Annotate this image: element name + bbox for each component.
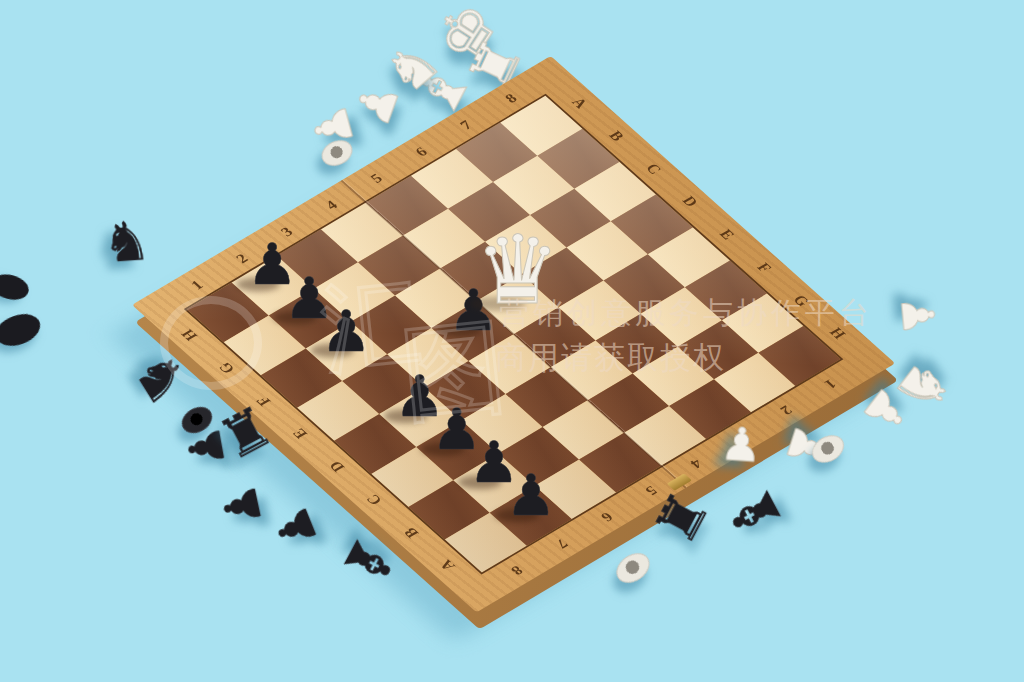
offboard-black-partial-piece-edge xyxy=(0,309,45,352)
white-queen-glyph: ♛ xyxy=(475,223,560,318)
offboard-black-knight-standing: ♞ xyxy=(101,214,153,271)
photo-stage: 1234567887654321HGFEDCBAABCDEFGH♟♟♟♟♟♟♛♟… xyxy=(0,0,1024,682)
offboard-white-pawn-felt-base xyxy=(611,547,655,589)
black-knight-glyph: ♞ xyxy=(101,214,153,271)
black-pawn-glyph: ♟ xyxy=(214,480,269,531)
offboard-white-pawn-standing: ♟ xyxy=(719,420,763,469)
offboard-white-pawn-lying-3: ♟ xyxy=(894,294,941,337)
black-pawn-glyph: ♟ xyxy=(266,499,325,556)
offboard-black-bishop-lying: ♝ xyxy=(715,474,796,552)
offboard-black-pawn-lying-2: ♟ xyxy=(214,480,269,531)
black-bishop-glyph: ♝ xyxy=(715,474,796,552)
white-pawn-glyph: ♟ xyxy=(894,294,941,337)
offboard-black-pawn-lying-3: ♟ xyxy=(266,499,325,556)
white-pawn-glyph: ♟ xyxy=(719,420,763,469)
black-pawn-glyph: ♟ xyxy=(321,302,372,359)
black-pawn-glyph: ♟ xyxy=(505,467,556,524)
offboard-black-partial-piece-edge-2 xyxy=(0,270,31,303)
